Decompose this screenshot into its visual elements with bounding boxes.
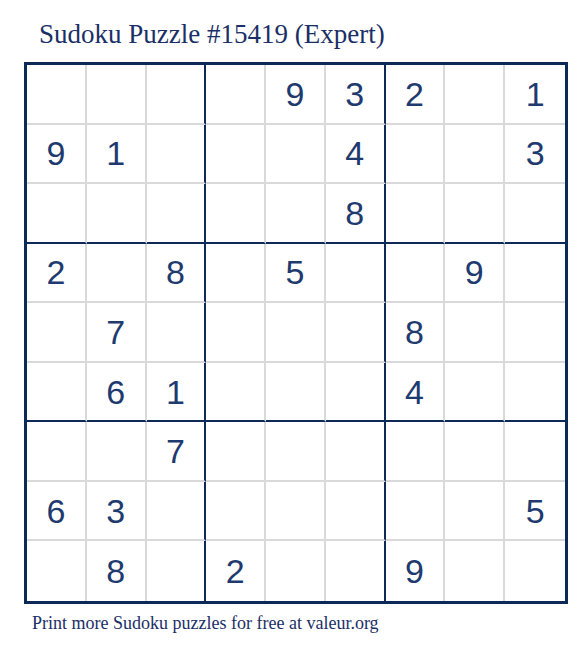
cell-r6c6 (326, 363, 386, 423)
cell-r7c6 (326, 422, 386, 482)
cell-r1c2 (87, 65, 147, 125)
cell-r4c2 (87, 244, 147, 304)
cell-r4c1: 2 (27, 244, 87, 304)
cell-r4c6 (326, 244, 386, 304)
cell-r4c4 (206, 244, 266, 304)
cell-r4c8: 9 (445, 244, 505, 304)
cell-r6c5 (266, 363, 326, 423)
cell-r6c8 (445, 363, 505, 423)
cell-r2c8 (445, 125, 505, 185)
cell-r7c5 (266, 422, 326, 482)
cell-r5c2: 7 (87, 303, 147, 363)
cell-r9c4: 2 (206, 541, 266, 601)
cell-r9c9 (505, 541, 565, 601)
page-title: Sudoku Puzzle #15419 (Expert) (39, 19, 385, 50)
cell-r7c1 (27, 422, 87, 482)
cell-r5c8 (445, 303, 505, 363)
cell-r8c4 (206, 482, 266, 542)
cell-r1c8 (445, 65, 505, 125)
cell-r8c3 (147, 482, 207, 542)
cell-r1c9: 1 (505, 65, 565, 125)
cell-r3c5 (266, 184, 326, 244)
cell-r7c4 (206, 422, 266, 482)
cell-r5c1 (27, 303, 87, 363)
cell-r9c6 (326, 541, 386, 601)
cell-r2c2: 1 (87, 125, 147, 185)
cell-r1c5: 9 (266, 65, 326, 125)
cell-r7c3: 7 (147, 422, 207, 482)
sudoku-grid: 9321914382859786147635829 (24, 62, 568, 604)
cell-r3c1 (27, 184, 87, 244)
cell-r5c5 (266, 303, 326, 363)
cell-r8c8 (445, 482, 505, 542)
cell-r6c9 (505, 363, 565, 423)
cell-r9c5 (266, 541, 326, 601)
cell-r6c1 (27, 363, 87, 423)
cell-r7c2 (87, 422, 147, 482)
cell-r2c7 (386, 125, 446, 185)
cell-r6c2: 6 (87, 363, 147, 423)
sudoku-page: Sudoku Puzzle #15419 (Expert) 9321914382… (0, 0, 580, 651)
cell-r4c5: 5 (266, 244, 326, 304)
cell-r8c6 (326, 482, 386, 542)
cell-r3c9 (505, 184, 565, 244)
cell-r8c7 (386, 482, 446, 542)
cell-r6c7: 4 (386, 363, 446, 423)
cell-r3c8 (445, 184, 505, 244)
cell-r7c8 (445, 422, 505, 482)
cell-r2c1: 9 (27, 125, 87, 185)
cell-r9c7: 9 (386, 541, 446, 601)
cell-r2c4 (206, 125, 266, 185)
cell-r1c7: 2 (386, 65, 446, 125)
cell-r6c3: 1 (147, 363, 207, 423)
cell-r3c4 (206, 184, 266, 244)
cell-r5c3 (147, 303, 207, 363)
cell-r2c3 (147, 125, 207, 185)
footer-text: Print more Sudoku puzzles for free at va… (32, 613, 379, 634)
cell-r2c5 (266, 125, 326, 185)
cell-r5c9 (505, 303, 565, 363)
cell-r2c6: 4 (326, 125, 386, 185)
cell-r4c9 (505, 244, 565, 304)
cell-r7c7 (386, 422, 446, 482)
cell-r3c7 (386, 184, 446, 244)
cell-r6c4 (206, 363, 266, 423)
cell-r9c8 (445, 541, 505, 601)
cell-r3c3 (147, 184, 207, 244)
cell-r9c1 (27, 541, 87, 601)
cell-r7c9 (505, 422, 565, 482)
cell-r1c3 (147, 65, 207, 125)
cell-r5c7: 8 (386, 303, 446, 363)
cell-r3c6: 8 (326, 184, 386, 244)
cell-r9c3 (147, 541, 207, 601)
cell-r8c5 (266, 482, 326, 542)
cell-r2c9: 3 (505, 125, 565, 185)
cell-r1c4 (206, 65, 266, 125)
cell-r4c3: 8 (147, 244, 207, 304)
cell-r4c7 (386, 244, 446, 304)
cell-r1c6: 3 (326, 65, 386, 125)
cell-r8c2: 3 (87, 482, 147, 542)
cell-r9c2: 8 (87, 541, 147, 601)
cell-r5c6 (326, 303, 386, 363)
cell-r3c2 (87, 184, 147, 244)
cell-r8c1: 6 (27, 482, 87, 542)
cell-r8c9: 5 (505, 482, 565, 542)
cell-r5c4 (206, 303, 266, 363)
cell-r1c1 (27, 65, 87, 125)
